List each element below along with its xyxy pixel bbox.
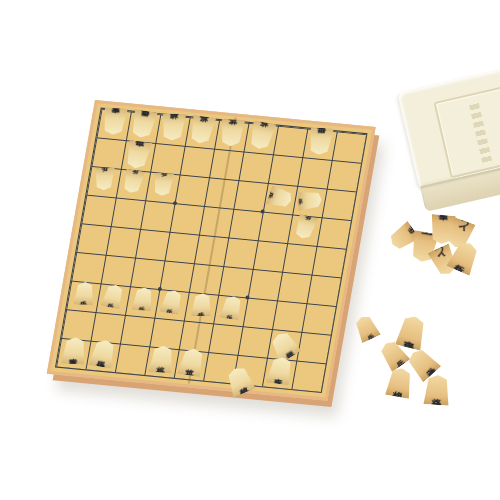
shogi-piece[interactable]: 歩兵 (298, 190, 321, 212)
shogi-piece[interactable]: 金将 (423, 374, 451, 406)
piece-kanji: 銀将 (394, 382, 404, 384)
piece-kanji: 飛車 (134, 153, 143, 154)
shogi-piece[interactable]: 歩兵 (121, 169, 146, 195)
product-photo: 香車桂馬銀将金将王将金将桂馬飛車歩兵歩兵歩兵歩兵歩兵歩兵歩兵歩兵歩兵歩兵歩兵歩兵… (0, 0, 500, 500)
shogi-piece[interactable]: 香車 (60, 337, 87, 365)
hoshi-dot (173, 201, 178, 205)
piece-kanji: 香車 (275, 371, 284, 372)
shogi-piece[interactable]: 桂馬 (129, 109, 159, 139)
hoshi-dot (260, 209, 265, 213)
shogi-piece[interactable]: 歩兵 (351, 313, 380, 344)
piece-kanji: 桂馬 (281, 344, 289, 349)
piece-kanji: 銀将 (236, 380, 245, 384)
piece-kanji: 角行 (459, 256, 468, 260)
piece-kanji: 歩兵 (227, 308, 235, 309)
shogi-piece[interactable]: 銀将 (160, 113, 187, 140)
piece-kanji: 香車 (110, 120, 119, 121)
piece-kanji: 桂馬 (316, 140, 325, 141)
shogi-piece[interactable]: 歩兵 (100, 283, 126, 309)
piece-kanji: 歩兵 (109, 296, 117, 298)
piece-kanji: 桂馬 (99, 354, 108, 355)
shogi-piece[interactable]: 歩兵 (93, 167, 115, 190)
shogi-piece[interactable]: 飛車 (394, 313, 428, 351)
piece-kanji: 歩兵 (390, 352, 397, 357)
shogi-piece[interactable]: 歩兵 (266, 185, 295, 210)
shogi-piece[interactable]: 銀将 (384, 366, 414, 399)
piece-kanji: 飛車 (405, 332, 416, 335)
shogi-piece[interactable]: 香車 (100, 107, 128, 135)
shogi-piece[interactable]: 金将 (148, 345, 176, 373)
piece-kanji: 馬 (417, 245, 431, 247)
piece-box (397, 68, 500, 214)
piece-kanji: 桂馬 (139, 123, 148, 124)
hoshi-dot (245, 295, 250, 299)
piece-kanji: 金将 (157, 360, 166, 361)
shogi-piece[interactable]: 歩兵 (131, 287, 154, 311)
shogi-board: 香車桂馬銀将金将王将金将桂馬飛車歩兵歩兵歩兵歩兵歩兵歩兵歩兵歩兵歩兵歩兵歩兵歩兵… (47, 100, 376, 401)
piece-kanji: 歩兵 (278, 194, 281, 202)
shogi-piece[interactable]: 香車 (265, 356, 294, 386)
piece-kanji: 歩兵 (130, 180, 138, 181)
shogi-piece[interactable]: 金将 (188, 115, 217, 145)
hoshi-dot (158, 287, 163, 291)
shogi-piece[interactable]: 王将 (218, 119, 245, 147)
piece-kanji: 歩兵 (363, 327, 370, 330)
piece-kanji: 香車 (437, 228, 447, 229)
board-pieces-layer: 香車桂馬銀将金将王将金将桂馬飛車歩兵歩兵歩兵歩兵歩兵歩兵歩兵歩兵歩兵歩兵歩兵歩兵… (56, 109, 366, 392)
piece-kanji: 金将 (257, 134, 266, 135)
shogi-piece[interactable]: 歩兵 (219, 295, 244, 321)
shogi-piece[interactable]: 金将 (246, 120, 276, 150)
piece-kanji: 金将 (198, 128, 207, 129)
shogi-piece[interactable]: 桂馬 (88, 338, 118, 368)
piece-kanji: 歩兵 (168, 302, 176, 303)
piece-kanji: 金将 (432, 391, 442, 392)
shogi-piece[interactable]: 歩兵 (191, 293, 213, 316)
piece-kanji: 歩兵 (302, 225, 310, 227)
shogi-piece[interactable]: 玉将 (177, 347, 207, 377)
shogi-piece[interactable]: 歩兵 (73, 282, 96, 305)
box-emboss-panel (433, 85, 500, 179)
shogi-piece[interactable]: 歩兵 (152, 173, 175, 197)
shogi-piece[interactable]: 桂馬 (306, 127, 334, 155)
piece-kanji: 玉将 (187, 362, 196, 363)
shogi-piece[interactable]: 歩兵 (159, 289, 185, 315)
shogi-piece[interactable]: 銀将 (224, 364, 256, 398)
piece-kanji: と (452, 224, 469, 241)
piece-kanji: 成香 (419, 360, 426, 367)
piece-kanji: 歩兵 (401, 233, 406, 240)
shogi-piece[interactable]: 飛車 (124, 140, 153, 170)
shogi-piece[interactable]: 歩兵 (292, 214, 318, 241)
